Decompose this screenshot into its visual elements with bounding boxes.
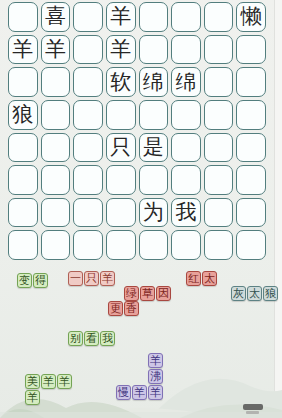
board-cell-r5c6[interactable]	[171, 133, 201, 163]
board-cell-r7c1[interactable]	[8, 198, 38, 228]
board-character: 羊	[110, 39, 131, 60]
word-tile-hong-tai[interactable]: 红	[186, 271, 201, 286]
board-cell-r3c2[interactable]	[41, 67, 71, 97]
board-cell-r2c1[interactable]: 羊	[8, 35, 38, 65]
board-character: 狼	[12, 104, 33, 125]
word-tile-hui-tai-lang[interactable]: 狼	[263, 286, 278, 301]
board-cell-r4c3[interactable]	[73, 100, 103, 130]
board-cell-r4c8[interactable]	[236, 100, 266, 130]
board-cell-r1c8[interactable]: 懒	[236, 2, 266, 32]
board-cell-r5c2[interactable]	[41, 133, 71, 163]
board-character: 为	[143, 202, 164, 223]
board-cell-r1c4[interactable]: 羊	[106, 2, 136, 32]
word-tile-yi-zhi-yang[interactable]: 羊	[100, 271, 115, 286]
word-tile-hong-tai[interactable]: 太	[202, 271, 217, 286]
board-cell-r4c4[interactable]	[106, 100, 136, 130]
board-cell-r7c2[interactable]	[41, 198, 71, 228]
board-character: 绵	[175, 72, 196, 93]
board-cell-r7c7[interactable]	[204, 198, 234, 228]
board-character: 软	[110, 72, 131, 93]
board-cell-r7c5[interactable]: 为	[139, 198, 169, 228]
board-cell-r3c4[interactable]: 软	[106, 67, 136, 97]
board-character: 羊	[45, 39, 66, 60]
board-character: 羊	[110, 6, 131, 27]
board-cell-r6c7[interactable]	[204, 165, 234, 195]
board-cell-r3c8[interactable]	[236, 67, 266, 97]
board-cell-r6c2[interactable]	[41, 165, 71, 195]
word-tile-bie-kan-wo[interactable]: 别	[68, 331, 83, 346]
word-tile-fei-yang-yang-man-yang-yang[interactable]: 羊	[148, 353, 163, 368]
board-cell-r5c3[interactable]	[73, 133, 103, 163]
word-tile-bie-kan-wo[interactable]: 我	[100, 331, 115, 346]
game-screen: 喜羊懒羊羊羊软绵绵狼只是为我 变得一只羊红太灰太狼绿草因更香别看我羊沸慢羊羊美羊…	[0, 0, 282, 418]
board-cell-r5c5[interactable]: 是	[139, 133, 169, 163]
board-character: 绵	[143, 72, 164, 93]
board-cell-r4c7[interactable]	[204, 100, 234, 130]
board-character: 是	[143, 137, 164, 158]
board-cell-r2c7[interactable]	[204, 35, 234, 65]
board-cell-r6c5[interactable]	[139, 165, 169, 195]
board-cell-r8c5[interactable]	[139, 230, 169, 260]
board-cell-r1c3[interactable]	[73, 2, 103, 32]
board-cell-r6c4[interactable]	[106, 165, 136, 195]
board-cell-r3c5[interactable]: 绵	[139, 67, 169, 97]
board-cell-r6c6[interactable]	[171, 165, 201, 195]
board: 喜羊懒羊羊羊软绵绵狼只是为我	[8, 2, 266, 260]
word-tile-geng-xiang[interactable]: 更	[108, 301, 123, 316]
word-tile-fei-yang-yang-man-yang-yang[interactable]: 羊	[148, 385, 163, 400]
board-cell-r1c1[interactable]	[8, 2, 38, 32]
word-tile-hui-tai-lang[interactable]: 灰	[231, 286, 246, 301]
word-tile-bian-de[interactable]: 变	[17, 273, 32, 288]
board-cell-r3c1[interactable]	[8, 67, 38, 97]
board-cell-r4c5[interactable]	[139, 100, 169, 130]
board-cell-r4c1[interactable]: 狼	[8, 100, 38, 130]
board-cell-r4c6[interactable]	[171, 100, 201, 130]
word-tile-mei-yang-yang-yang[interactable]: 美	[25, 374, 40, 389]
word-tile-yi-zhi-yang[interactable]: 只	[84, 271, 99, 286]
board-cell-r5c1[interactable]	[8, 133, 38, 163]
word-tile-yi-zhi-yang[interactable]: 一	[68, 271, 83, 286]
board-character: 喜	[45, 6, 66, 27]
board-cell-r7c3[interactable]	[73, 198, 103, 228]
board-cell-r6c3[interactable]	[73, 165, 103, 195]
word-tile-hui-tai-lang[interactable]: 太	[247, 286, 262, 301]
board-cell-r8c6[interactable]	[171, 230, 201, 260]
board-cell-r5c8[interactable]	[236, 133, 266, 163]
board-cell-r6c1[interactable]	[8, 165, 38, 195]
board-cell-r2c3[interactable]	[73, 35, 103, 65]
board-cell-r2c4[interactable]: 羊	[106, 35, 136, 65]
board-cell-r3c7[interactable]	[204, 67, 234, 97]
board-cell-r1c2[interactable]: 喜	[41, 2, 71, 32]
board-cell-r2c8[interactable]	[236, 35, 266, 65]
word-tile-bie-kan-wo[interactable]: 看	[84, 331, 99, 346]
board-cell-r7c4[interactable]	[106, 198, 136, 228]
board-cell-r8c3[interactable]	[73, 230, 103, 260]
board-cell-r8c8[interactable]	[236, 230, 266, 260]
word-tile-lv-cao-yin[interactable]: 绿	[124, 286, 139, 301]
board-cell-r7c6[interactable]: 我	[171, 198, 201, 228]
watermark-shadow	[246, 411, 259, 414]
board-character: 懒	[241, 6, 262, 27]
board-cell-r5c7[interactable]	[204, 133, 234, 163]
word-tile-lv-cao-yin[interactable]: 因	[156, 286, 171, 301]
board-character: 我	[175, 202, 196, 223]
board-cell-r8c1[interactable]	[8, 230, 38, 260]
word-tile-bian-de[interactable]: 得	[33, 273, 48, 288]
board-cell-r7c8[interactable]	[236, 198, 266, 228]
word-tile-geng-xiang[interactable]: 香	[124, 301, 139, 316]
word-tile-mei-yang-yang-yang[interactable]: 羊	[57, 374, 72, 389]
word-tile-fei-yang-yang-man-yang-yang[interactable]: 慢	[116, 385, 131, 400]
board-cell-r6c8[interactable]	[236, 165, 266, 195]
board-cell-r3c6[interactable]: 绵	[171, 67, 201, 97]
board-cell-r8c2[interactable]	[41, 230, 71, 260]
board-cell-r5c4[interactable]: 只	[106, 133, 136, 163]
board-cell-r8c4[interactable]	[106, 230, 136, 260]
board-character: 羊	[12, 39, 33, 60]
board-cell-r2c2[interactable]: 羊	[41, 35, 71, 65]
board-character: 只	[110, 137, 131, 158]
board-cell-r4c2[interactable]	[41, 100, 71, 130]
watermark	[243, 404, 263, 410]
board-cell-r8c7[interactable]	[204, 230, 234, 260]
board-cell-r2c5[interactable]	[139, 35, 169, 65]
word-tile-fei-yang-yang-man-yang-yang[interactable]: 沸	[148, 369, 163, 384]
word-tile-mei-yang-yang-yang[interactable]: 羊	[25, 390, 40, 405]
board-cell-r2c6[interactable]	[171, 35, 201, 65]
word-tile-lv-cao-yin[interactable]: 草	[140, 286, 155, 301]
word-tile-mei-yang-yang-yang[interactable]: 羊	[41, 374, 56, 389]
word-tile-fei-yang-yang-man-yang-yang[interactable]: 羊	[132, 385, 147, 400]
board-cell-r1c5[interactable]	[139, 2, 169, 32]
board-cell-r1c6[interactable]	[171, 2, 201, 32]
board-cell-r1c7[interactable]	[204, 2, 234, 32]
board-cell-r3c3[interactable]	[73, 67, 103, 97]
